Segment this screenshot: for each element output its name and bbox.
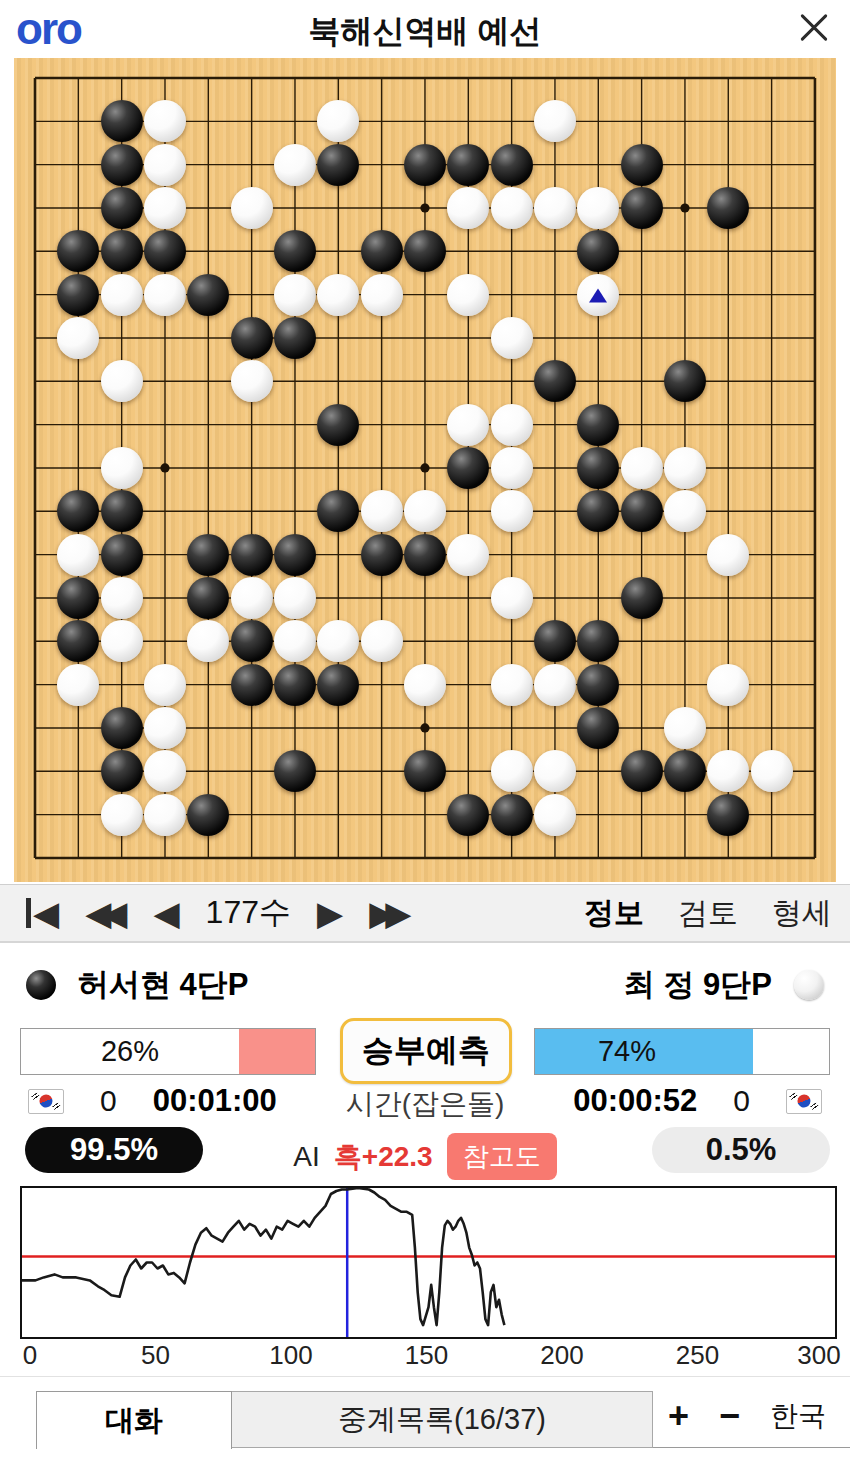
white-stone	[534, 100, 576, 142]
black-stone	[707, 794, 749, 836]
white-stone	[231, 187, 273, 229]
white-stone	[577, 274, 619, 316]
white-stone	[317, 274, 359, 316]
black-stone	[144, 230, 186, 272]
go-board[interactable]	[14, 58, 836, 882]
black-stone	[621, 577, 663, 619]
black-stone	[447, 144, 489, 186]
close-icon[interactable]	[796, 10, 832, 46]
black-stone	[101, 100, 143, 142]
white-player-name: 최 정 9단P	[624, 964, 772, 1006]
black-stone	[707, 187, 749, 229]
black-stone	[274, 750, 316, 792]
black-stone	[101, 490, 143, 532]
back-button[interactable]: ◀	[153, 893, 179, 933]
white-stone	[447, 187, 489, 229]
x-tick-label: 150	[405, 1340, 448, 1371]
black-stone	[101, 534, 143, 576]
white-captures: 0	[733, 1084, 750, 1118]
white-stone	[144, 144, 186, 186]
korea-flag-icon	[786, 1089, 822, 1114]
white-stone	[751, 750, 793, 792]
fast-forward-button[interactable]: ▶▶	[369, 893, 411, 933]
white-stone	[534, 794, 576, 836]
black-stone	[101, 144, 143, 186]
black-stone	[577, 404, 619, 446]
white-stone	[144, 100, 186, 142]
black-stone	[57, 577, 99, 619]
white-stone	[664, 490, 706, 532]
header: oro 북해신역배 예선	[0, 0, 850, 58]
black-stone	[101, 230, 143, 272]
tab-info[interactable]: 정보	[584, 893, 644, 934]
move-counter: 177수	[206, 891, 291, 935]
black-stone	[664, 360, 706, 402]
white-stone	[361, 490, 403, 532]
white-stone	[404, 490, 446, 532]
white-stone	[447, 534, 489, 576]
black-stone	[621, 490, 663, 532]
white-stone	[491, 317, 533, 359]
x-tick-label: 50	[141, 1340, 170, 1371]
white-stone	[144, 750, 186, 792]
language-label: 한국	[770, 1397, 826, 1435]
white-stone	[274, 274, 316, 316]
black-stone	[101, 707, 143, 749]
last-move-marker	[589, 288, 607, 302]
tab-review[interactable]: 검토	[678, 893, 738, 934]
white-stone	[144, 664, 186, 706]
white-stone	[534, 664, 576, 706]
white-stone	[57, 317, 99, 359]
white-stone	[144, 794, 186, 836]
predict-button[interactable]: 승부예측	[340, 1018, 512, 1084]
white-stone-icon	[794, 970, 824, 1000]
black-winrate-value: 26%	[21, 1029, 315, 1074]
x-tick-label: 250	[676, 1340, 719, 1371]
white-player: 최 정 9단P	[624, 964, 824, 1006]
white-stone	[101, 274, 143, 316]
first-move-button[interactable]: ◀	[26, 893, 59, 933]
white-stone	[664, 707, 706, 749]
fast-back-button[interactable]: ◀◀	[85, 893, 127, 933]
black-stone	[317, 144, 359, 186]
x-tick-label: 300	[797, 1340, 840, 1371]
white-time-group: 00:00:52 0	[573, 1083, 822, 1119]
white-stone	[664, 447, 706, 489]
black-stone	[57, 274, 99, 316]
reference-diagram-button[interactable]: 참고도	[447, 1133, 557, 1180]
black-winrate-bar: 26%	[20, 1028, 316, 1075]
black-stone	[231, 664, 273, 706]
white-stone	[144, 187, 186, 229]
white-stone	[577, 187, 619, 229]
view-tabs: 정보 검토 형세	[584, 885, 832, 941]
black-stone-icon	[26, 970, 56, 1000]
black-stone	[577, 447, 619, 489]
white-clock: 00:00:52	[573, 1083, 697, 1119]
black-stone	[101, 187, 143, 229]
white-stone	[274, 620, 316, 662]
black-stone	[187, 534, 229, 576]
black-stone	[187, 794, 229, 836]
black-stone	[361, 230, 403, 272]
black-stone	[317, 664, 359, 706]
playback-controls: ◀ ◀◀ ◀ 177수 ▶ ▶▶	[26, 885, 411, 941]
white-stone	[707, 664, 749, 706]
white-stone	[101, 620, 143, 662]
white-stone	[101, 794, 143, 836]
tab-broadcast-list[interactable]: 중계목록(16/37)	[231, 1391, 653, 1448]
white-stone	[274, 577, 316, 619]
black-player-name: 허서현 4단P	[78, 964, 249, 1006]
black-stone	[317, 404, 359, 446]
black-stone	[231, 317, 273, 359]
white-stone	[101, 360, 143, 402]
black-stone	[577, 707, 619, 749]
black-stone	[101, 750, 143, 792]
white-stone	[534, 750, 576, 792]
black-stone	[187, 274, 229, 316]
black-stone	[274, 230, 316, 272]
white-stone	[447, 274, 489, 316]
tab-estimate[interactable]: 형세	[772, 893, 832, 934]
font-increase-button[interactable]: +	[668, 1398, 689, 1434]
page-title: 북해신역배 예선	[0, 10, 850, 54]
black-stone	[447, 794, 489, 836]
white-stone	[491, 577, 533, 619]
white-stone	[491, 664, 533, 706]
black-stone	[621, 750, 663, 792]
black-stone	[491, 794, 533, 836]
footer-controls: + − 한국	[668, 1397, 826, 1435]
white-winrate-bar: 74%	[534, 1028, 830, 1075]
white-stone	[57, 664, 99, 706]
black-stone	[577, 664, 619, 706]
x-tick-label: 100	[269, 1340, 312, 1371]
white-stone	[361, 620, 403, 662]
ai-label: AI	[293, 1141, 319, 1173]
black-stone	[361, 534, 403, 576]
player-row: 허서현 4단P 최 정 9단P	[0, 960, 850, 1006]
black-player: 허서현 4단P	[26, 964, 249, 1006]
ai-row: 99.5% AI 흑+22.3 참고도 0.5%	[0, 1127, 850, 1175]
font-decrease-button[interactable]: −	[719, 1398, 740, 1434]
winrate-graph[interactable]	[20, 1186, 837, 1339]
black-stone	[621, 187, 663, 229]
black-stone	[664, 750, 706, 792]
ai-eval-value: 흑+22.3	[334, 1138, 433, 1176]
black-stone	[491, 144, 533, 186]
white-winrate-value: 74%	[535, 1029, 829, 1074]
white-stone	[231, 360, 273, 402]
footer-tab-row: 대화 중계목록(16/37) + − 한국	[0, 1391, 850, 1448]
white-stone	[491, 490, 533, 532]
white-stone	[231, 577, 273, 619]
black-stone	[534, 620, 576, 662]
black-stone	[187, 577, 229, 619]
black-stone	[534, 360, 576, 402]
white-stone	[144, 274, 186, 316]
black-stone	[404, 750, 446, 792]
white-stone	[57, 534, 99, 576]
white-stone	[534, 187, 576, 229]
black-stone	[404, 534, 446, 576]
app-screen: oro 북해신역배 예선 ◀ ◀◀ ◀ 177수 ▶ ▶▶ 정보 검토 형세 허…	[0, 0, 850, 1469]
black-stone	[447, 447, 489, 489]
black-stone	[274, 317, 316, 359]
black-stone	[231, 620, 273, 662]
white-stone	[491, 187, 533, 229]
white-stone	[361, 274, 403, 316]
white-stone	[491, 404, 533, 446]
tab-chat[interactable]: 대화	[36, 1391, 232, 1449]
white-stone	[621, 447, 663, 489]
black-stone	[274, 664, 316, 706]
x-tick-label: 200	[540, 1340, 583, 1371]
black-stone	[404, 144, 446, 186]
white-stone	[491, 447, 533, 489]
black-stone	[231, 534, 273, 576]
white-ai-winrate-pill: 0.5%	[652, 1127, 830, 1173]
white-stone	[447, 404, 489, 446]
move-navbar: ◀ ◀◀ ◀ 177수 ▶ ▶▶ 정보 검토 형세	[0, 884, 850, 943]
time-row: 0 00:01:00 시간(잡은돌) 00:00:52 0	[0, 1083, 850, 1127]
white-stone	[101, 577, 143, 619]
black-stone	[274, 534, 316, 576]
white-stone	[707, 534, 749, 576]
white-stone	[274, 144, 316, 186]
footer: 대화 중계목록(16/37) + − 한국	[0, 1376, 850, 1469]
x-tick-label: 0	[23, 1340, 37, 1371]
black-stone	[404, 230, 446, 272]
white-stone	[101, 447, 143, 489]
white-stone	[491, 750, 533, 792]
graph-x-axis: 050100150200250300	[20, 1340, 837, 1368]
forward-button[interactable]: ▶	[317, 893, 343, 933]
black-stone	[621, 144, 663, 186]
white-stone	[144, 707, 186, 749]
white-stone	[404, 664, 446, 706]
